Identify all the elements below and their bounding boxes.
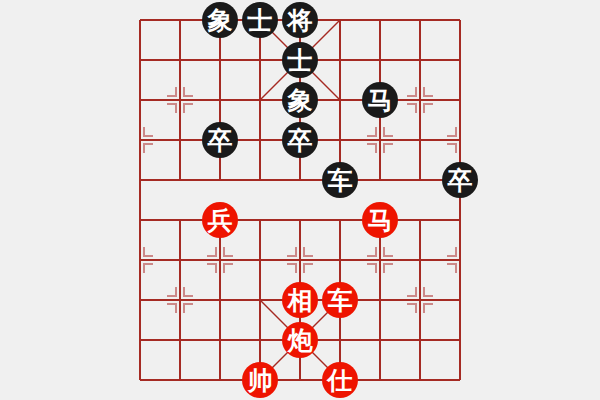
piece-red-chariot[interactable]: 车 — [322, 282, 358, 318]
piece-black-soldier[interactable]: 卒 — [442, 162, 478, 198]
piece-grid: 象士将士象马卒卒车卒兵马相车炮帅仕 — [120, 0, 480, 400]
piece-black-horse[interactable]: 马 — [362, 82, 398, 118]
piece-black-elephant[interactable]: 象 — [202, 2, 238, 38]
piece-black-chariot[interactable]: 车 — [322, 162, 358, 198]
piece-red-cannon[interactable]: 炮 — [282, 322, 318, 358]
piece-red-general[interactable]: 帅 — [242, 362, 278, 398]
piece-black-soldier[interactable]: 卒 — [202, 122, 238, 158]
piece-red-advisor[interactable]: 仕 — [322, 362, 358, 398]
piece-red-soldier[interactable]: 兵 — [202, 202, 238, 238]
piece-red-horse[interactable]: 马 — [362, 202, 398, 238]
piece-black-soldier[interactable]: 卒 — [282, 122, 318, 158]
piece-black-general[interactable]: 将 — [282, 2, 318, 38]
piece-black-advisor[interactable]: 士 — [242, 2, 278, 38]
piece-black-elephant[interactable]: 象 — [282, 82, 318, 118]
piece-black-advisor[interactable]: 士 — [282, 42, 318, 78]
xiangqi-board[interactable]: 象士将士象马卒卒车卒兵马相车炮帅仕 — [0, 0, 600, 400]
piece-red-elephant[interactable]: 相 — [282, 282, 318, 318]
